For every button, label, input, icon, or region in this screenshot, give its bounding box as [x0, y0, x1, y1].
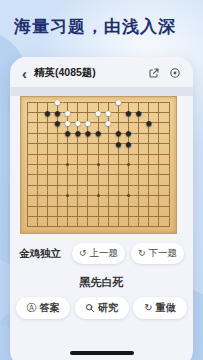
board-cell[interactable]: ●	[63, 107, 73, 117]
board-cell[interactable]	[123, 149, 133, 159]
board-cell[interactable]	[42, 149, 52, 159]
star-point	[66, 163, 69, 166]
board-cell[interactable]: ●	[73, 128, 83, 138]
home-indicator[interactable]	[70, 351, 134, 355]
board-cell[interactable]	[73, 170, 83, 180]
board-cell[interactable]	[103, 201, 113, 211]
board-cell[interactable]	[63, 170, 73, 180]
board-cell[interactable]	[103, 222, 113, 232]
next-problem-label: 下一题	[149, 247, 178, 260]
black-stone: ●	[115, 138, 122, 150]
board-cell[interactable]: ●	[42, 107, 52, 117]
board-cell[interactable]	[63, 180, 73, 190]
board-cell[interactable]	[164, 222, 174, 232]
board-cell[interactable]	[63, 191, 73, 201]
board-cell[interactable]	[144, 139, 154, 149]
board-cell[interactable]	[144, 149, 154, 159]
board-cell[interactable]: ●	[83, 128, 93, 138]
white-stone: ●	[94, 107, 101, 119]
board-cell[interactable]	[22, 180, 32, 190]
board-cell[interactable]	[154, 107, 164, 117]
board-cell[interactable]	[154, 128, 164, 138]
board-cell[interactable]	[134, 159, 144, 169]
board-cell[interactable]	[73, 149, 83, 159]
board-cell[interactable]	[154, 222, 164, 232]
black-stone: ●	[84, 127, 91, 139]
board-cell[interactable]	[22, 118, 32, 128]
back-icon[interactable]: ‹	[22, 66, 27, 81]
board-cell[interactable]	[32, 211, 42, 221]
board-cell[interactable]	[63, 97, 73, 107]
white-stone: ●	[64, 107, 71, 119]
research-label: 研究	[98, 301, 118, 315]
board-cell[interactable]	[134, 149, 144, 159]
board-cell[interactable]	[32, 201, 42, 211]
board-cell[interactable]	[22, 201, 32, 211]
board-cell[interactable]: ●	[113, 128, 123, 138]
undo-arrow-icon: ↺	[79, 249, 87, 258]
board-cell[interactable]	[52, 191, 62, 201]
board-cell[interactable]	[123, 201, 133, 211]
board-cell[interactable]	[154, 191, 164, 201]
go-board[interactable]: ●●●●●●●●●●●●●●●●●●●●●●●	[20, 96, 177, 234]
board-cell[interactable]	[63, 149, 73, 159]
board-cell[interactable]	[154, 149, 164, 159]
board-cell[interactable]	[164, 180, 174, 190]
board-cell[interactable]	[164, 159, 174, 169]
next-problem-button[interactable]: ↻ 下一题	[131, 243, 184, 264]
board-cell[interactable]	[83, 201, 93, 211]
board-cell[interactable]	[42, 222, 52, 232]
board-cell[interactable]	[113, 118, 123, 128]
board-cell[interactable]: ●	[123, 128, 133, 138]
black-stone: ●	[135, 107, 142, 119]
board-cell[interactable]: ●	[113, 97, 123, 107]
board-cell[interactable]	[113, 211, 123, 221]
board-cell[interactable]	[42, 159, 52, 169]
app-screen: 海量习题，由浅入深 ‹ 精英(4085题) ●●●●●●●●●●●●●●●●●●…	[0, 0, 203, 360]
redo-label: 重做	[156, 301, 176, 315]
black-stone: ●	[115, 127, 122, 139]
board-cell[interactable]: ●	[93, 107, 103, 117]
level-label: 金鸡独立	[19, 247, 61, 261]
board-cell[interactable]	[32, 128, 42, 138]
board-cell[interactable]	[83, 222, 93, 232]
board-cell[interactable]	[73, 159, 83, 169]
white-stone: ●	[115, 96, 122, 108]
board-cell[interactable]	[32, 139, 42, 149]
board-cell[interactable]	[22, 191, 32, 201]
board-cell[interactable]	[113, 170, 123, 180]
board-cell[interactable]	[154, 139, 164, 149]
level-row: 金鸡独立 ↺ 上一题 ↻ 下一题	[10, 243, 193, 264]
board-cell[interactable]	[32, 118, 42, 128]
problem-set-title: 精英(4085题)	[34, 66, 96, 80]
board-cell[interactable]	[154, 180, 164, 190]
board-cell[interactable]	[134, 128, 144, 138]
board-cell[interactable]	[113, 159, 123, 169]
black-stone: ●	[54, 107, 61, 119]
board-cell[interactable]: ●	[93, 128, 103, 138]
board-cell[interactable]: ●	[123, 139, 133, 149]
board-cell[interactable]	[52, 211, 62, 221]
action-buttons: Ⓐ 答案 研究 ↻ 重做	[10, 297, 193, 319]
board-cell[interactable]	[32, 107, 42, 117]
board-cell[interactable]	[154, 97, 164, 107]
prev-problem-label: 上一题	[89, 247, 118, 260]
board-cell[interactable]	[123, 118, 133, 128]
board-cell[interactable]	[113, 149, 123, 159]
black-stone: ●	[125, 138, 132, 150]
board-cell[interactable]	[123, 180, 133, 190]
board-cell[interactable]	[123, 191, 133, 201]
board-cell[interactable]	[93, 97, 103, 107]
board-cell[interactable]	[52, 180, 62, 190]
page-title: 海量习题，由浅入深	[14, 15, 176, 38]
board-cell[interactable]	[103, 128, 113, 138]
white-stone: ●	[105, 107, 112, 119]
board-cell[interactable]	[103, 211, 113, 221]
board-cell[interactable]: ●	[83, 118, 93, 128]
board-cell[interactable]	[22, 211, 32, 221]
board-cell[interactable]	[73, 201, 83, 211]
answer-icon: Ⓐ	[27, 303, 37, 313]
board-cell[interactable]	[22, 139, 32, 149]
board-cell[interactable]	[134, 97, 144, 107]
board-cell[interactable]	[52, 222, 62, 232]
board-cell[interactable]	[42, 118, 52, 128]
board-cell[interactable]	[144, 170, 154, 180]
star-point	[127, 132, 130, 135]
board-cell[interactable]	[83, 107, 93, 117]
board-cell[interactable]	[144, 107, 154, 117]
board-cell[interactable]	[103, 149, 113, 159]
board-cell[interactable]	[134, 139, 144, 149]
board-cell[interactable]	[52, 159, 62, 169]
board-cell[interactable]	[22, 149, 32, 159]
star-point	[66, 194, 69, 197]
star-point	[97, 163, 100, 166]
board-cell[interactable]	[164, 201, 174, 211]
go-board-grid: ●●●●●●●●●●●●●●●●●●●●●●●	[22, 97, 174, 232]
star-point	[66, 132, 69, 135]
board-cell[interactable]: ●	[144, 118, 154, 128]
board-cell[interactable]	[144, 191, 154, 201]
board-cell[interactable]	[52, 128, 62, 138]
board-cell[interactable]	[93, 139, 103, 149]
white-stone: ●	[105, 117, 112, 129]
board-cell[interactable]	[83, 149, 93, 159]
board-cell[interactable]	[83, 180, 93, 190]
board-cell[interactable]	[144, 97, 154, 107]
board-cell[interactable]	[93, 118, 103, 128]
board-cell[interactable]: ●	[103, 107, 113, 117]
board-cell[interactable]	[22, 128, 32, 138]
board-cell[interactable]	[154, 201, 164, 211]
board-cell[interactable]	[42, 180, 52, 190]
board-cell[interactable]	[134, 222, 144, 232]
board-cell[interactable]	[144, 211, 154, 221]
white-stone: ●	[54, 96, 61, 108]
white-stone: ●	[64, 117, 71, 129]
board-cell[interactable]: ●	[73, 118, 83, 128]
board-cell[interactable]	[73, 222, 83, 232]
white-stone: ●	[74, 117, 81, 129]
board-cell[interactable]	[164, 139, 174, 149]
board-cell[interactable]	[103, 191, 113, 201]
black-stone: ●	[125, 107, 132, 119]
board-cell[interactable]	[134, 201, 144, 211]
board-cell[interactable]	[93, 201, 103, 211]
redo-button[interactable]: ↻ 重做	[133, 297, 187, 319]
board-cell[interactable]	[134, 180, 144, 190]
board-cell[interactable]	[42, 170, 52, 180]
board-cell[interactable]	[73, 97, 83, 107]
board-cell[interactable]	[63, 211, 73, 221]
board-cell[interactable]	[42, 97, 52, 107]
board-cell[interactable]	[83, 191, 93, 201]
board-cell[interactable]: ●	[63, 128, 73, 138]
board-cell[interactable]	[93, 222, 103, 232]
board-cell[interactable]	[123, 97, 133, 107]
board-cell[interactable]	[144, 222, 154, 232]
board-cell[interactable]	[134, 170, 144, 180]
answer-label: 答案	[40, 301, 60, 315]
board-cell[interactable]: ●	[103, 118, 113, 128]
board-cell[interactable]	[83, 211, 93, 221]
star-point	[127, 194, 130, 197]
board-cell[interactable]	[83, 170, 93, 180]
board-cell[interactable]	[52, 170, 62, 180]
board-cell[interactable]	[134, 118, 144, 128]
board-cell[interactable]	[83, 159, 93, 169]
board-cell[interactable]	[103, 170, 113, 180]
board-cell[interactable]	[123, 222, 133, 232]
board-cell[interactable]	[32, 159, 42, 169]
board-cell[interactable]: ●	[134, 107, 144, 117]
board-cell[interactable]	[93, 170, 103, 180]
black-stone: ●	[145, 117, 152, 129]
board-cell[interactable]	[103, 139, 113, 149]
problem-statement: 黑先白死	[10, 275, 193, 290]
black-stone: ●	[44, 107, 51, 119]
star-point	[127, 163, 130, 166]
board-cell[interactable]	[164, 107, 174, 117]
board-cell[interactable]: ●	[123, 107, 133, 117]
research-button[interactable]: 研究	[75, 297, 129, 319]
board-cell[interactable]	[164, 149, 174, 159]
white-stone: ●	[84, 117, 91, 129]
board-cell[interactable]	[22, 159, 32, 169]
board-cell[interactable]	[32, 222, 42, 232]
board-cell[interactable]	[103, 180, 113, 190]
board-cell[interactable]	[164, 97, 174, 107]
board-cell[interactable]	[42, 201, 52, 211]
board-cell[interactable]	[63, 139, 73, 149]
board-cell[interactable]	[63, 201, 73, 211]
board-cell[interactable]	[113, 222, 123, 232]
board-cell[interactable]	[22, 107, 32, 117]
board-cell[interactable]	[83, 97, 93, 107]
board-cell[interactable]	[154, 170, 164, 180]
board-cell[interactable]	[93, 159, 103, 169]
board-cell[interactable]	[93, 211, 103, 221]
board-cell[interactable]	[134, 191, 144, 201]
prev-problem-button[interactable]: ↺ 上一题	[72, 243, 125, 264]
black-stone: ●	[54, 117, 61, 129]
answer-button[interactable]: Ⓐ 答案	[16, 297, 70, 319]
board-cell[interactable]: ●	[52, 107, 62, 117]
board-cell[interactable]	[113, 201, 123, 211]
board-cell[interactable]	[164, 128, 174, 138]
board-cell[interactable]	[103, 159, 113, 169]
board-cell[interactable]	[123, 211, 133, 221]
board-cell[interactable]	[113, 180, 123, 190]
board-cell[interactable]: ●	[63, 118, 73, 128]
board-cell[interactable]	[52, 149, 62, 159]
settings-icon[interactable]	[169, 67, 181, 79]
board-cell[interactable]	[32, 170, 42, 180]
board-cell[interactable]	[42, 128, 52, 138]
board-cell[interactable]	[73, 180, 83, 190]
board-cell[interactable]	[164, 118, 174, 128]
board-cell[interactable]	[42, 211, 52, 221]
board-cell[interactable]: ●	[52, 97, 62, 107]
board-cell[interactable]	[63, 222, 73, 232]
board-cell[interactable]	[164, 170, 174, 180]
board-cell[interactable]	[63, 159, 73, 169]
board-cell[interactable]	[73, 211, 83, 221]
share-icon[interactable]	[148, 67, 160, 79]
card-header: ‹ 精英(4085题)	[10, 57, 193, 87]
board-cell[interactable]	[123, 159, 133, 169]
board-cell[interactable]	[154, 211, 164, 221]
board-cell[interactable]: ●	[113, 139, 123, 149]
board-cell[interactable]: ●	[52, 118, 62, 128]
board-cell[interactable]	[113, 107, 123, 117]
board-cell[interactable]	[144, 180, 154, 190]
board-cell[interactable]	[154, 118, 164, 128]
board-cell[interactable]	[32, 191, 42, 201]
board-cell[interactable]	[83, 139, 93, 149]
black-stone: ●	[74, 127, 81, 139]
board-cell[interactable]	[154, 159, 164, 169]
board-cell[interactable]	[32, 180, 42, 190]
board-cell[interactable]	[52, 139, 62, 149]
board-cell[interactable]	[32, 149, 42, 159]
board-cell[interactable]	[93, 191, 103, 201]
board-cell[interactable]	[42, 191, 52, 201]
board-cell[interactable]	[73, 107, 83, 117]
board-cell[interactable]	[22, 97, 32, 107]
star-point	[97, 194, 100, 197]
redo-arrow-icon: ↻	[138, 249, 146, 258]
board-cell[interactable]	[144, 128, 154, 138]
board-cell[interactable]	[123, 170, 133, 180]
board-cell[interactable]	[164, 211, 174, 221]
star-point	[97, 132, 100, 135]
board-cell[interactable]	[22, 222, 32, 232]
redo-icon: ↻	[144, 303, 152, 313]
board-cell[interactable]	[144, 159, 154, 169]
board-cell[interactable]	[32, 97, 42, 107]
board-cell[interactable]	[52, 201, 62, 211]
board-cell[interactable]	[134, 211, 144, 221]
board-cell[interactable]	[73, 191, 83, 201]
board-top-strip	[10, 87, 193, 96]
board-cell[interactable]	[164, 191, 174, 201]
board-cell[interactable]	[73, 139, 83, 149]
board-cell[interactable]	[113, 191, 123, 201]
board-cell[interactable]	[103, 97, 113, 107]
board-cell[interactable]	[22, 170, 32, 180]
board-cell[interactable]	[93, 149, 103, 159]
board-cell[interactable]	[93, 180, 103, 190]
board-cell[interactable]	[144, 201, 154, 211]
magnifier-icon	[85, 303, 95, 313]
problem-card: ‹ 精英(4085题) ●●●●●●●●●●●●●●●●●●●●●●● 金鸡独	[10, 57, 193, 360]
board-cell[interactable]	[42, 139, 52, 149]
